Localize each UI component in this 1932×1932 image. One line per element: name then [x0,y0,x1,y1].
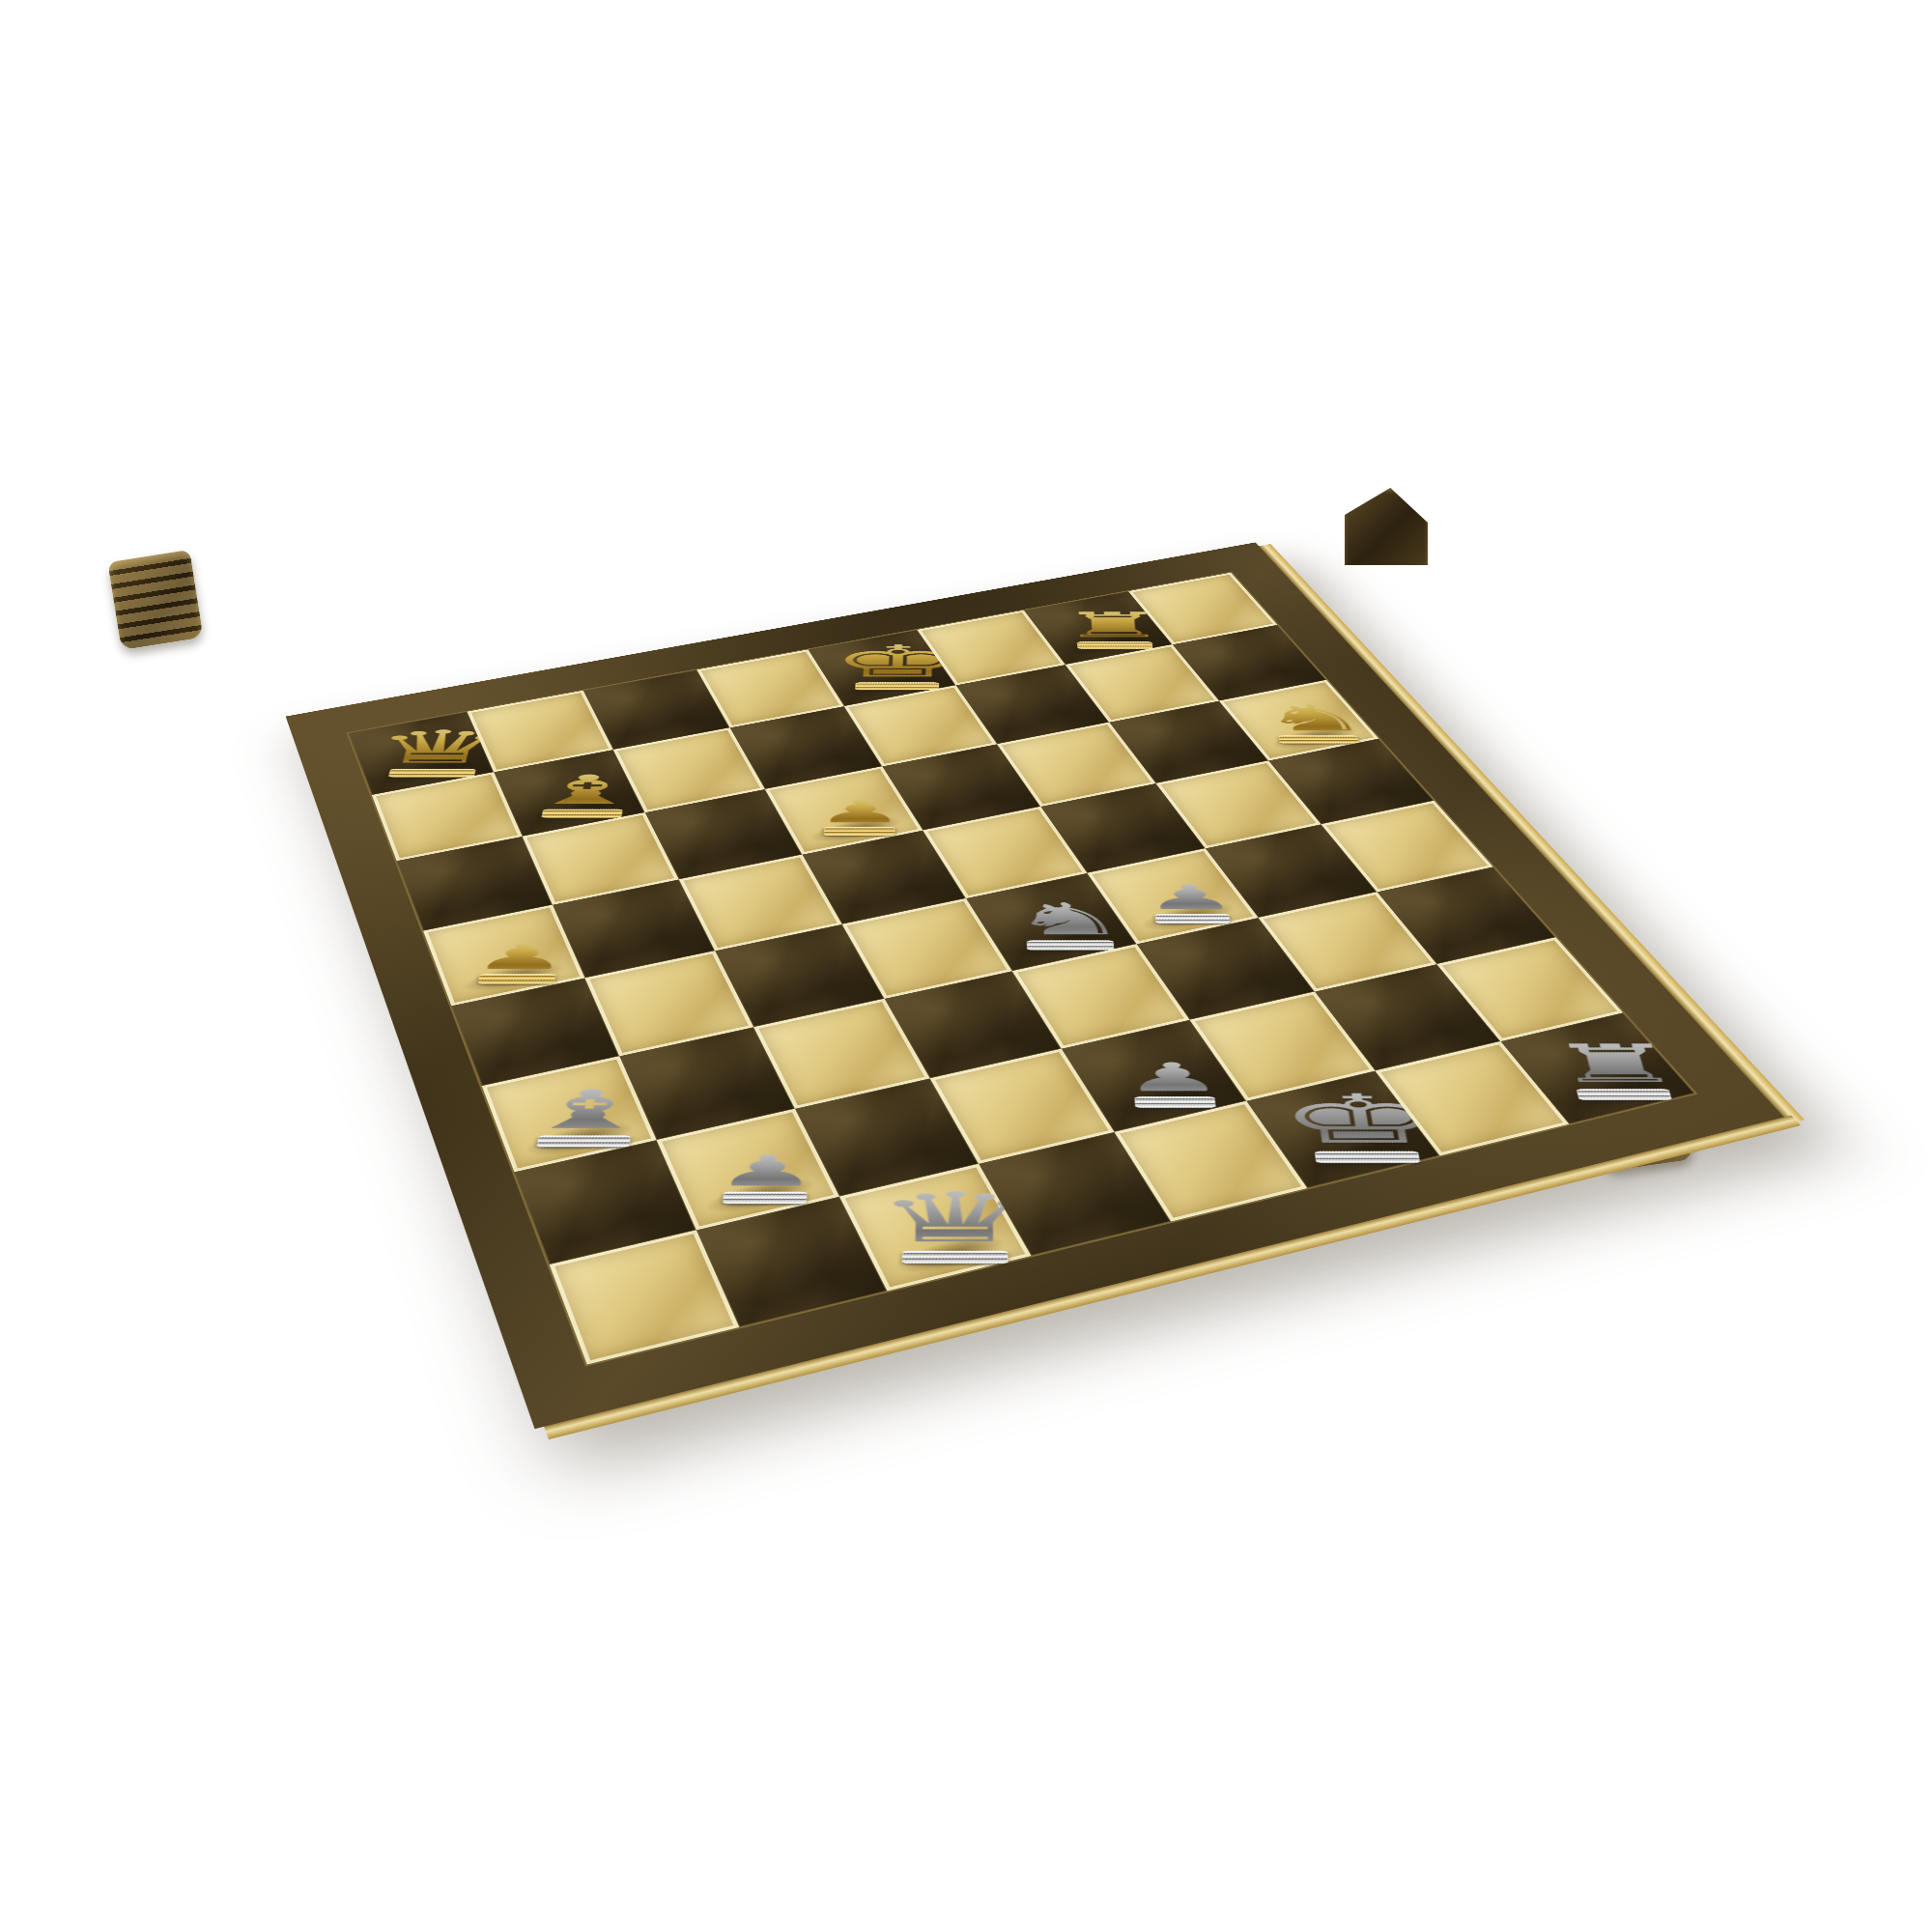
gold-knight-h6[interactable]: ♞ [1236,701,1395,744]
ionic-foot-left [107,550,203,650]
rook-glyph: ♜ [1521,1040,1712,1089]
chess-board: ♛♚♜♝♟♞♟♞♟♝♟♟♛♚♜ [349,573,1695,1365]
knight-glyph: ♞ [1236,701,1393,735]
board-frame: ♛♚♜♝♟♞♟♞♟♝♟♟♛♚♜ [286,542,1784,1429]
frame-corner-bracket [1345,488,1428,565]
photo-stage: ♛♚♜♝♟♞♟♞♟♝♟♟♛♚♜ [0,0,1932,1932]
silver-rook-h1[interactable]: ♜ [1521,1040,1716,1100]
